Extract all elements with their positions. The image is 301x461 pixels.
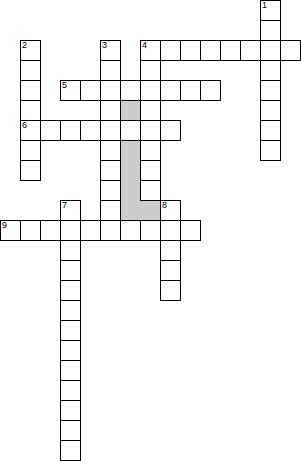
- blocked-cell: [140, 200, 161, 221]
- answer-cell[interactable]: [60, 420, 81, 441]
- answer-cell[interactable]: [160, 40, 181, 61]
- answer-cell[interactable]: [60, 320, 81, 341]
- answer-cell[interactable]: [100, 200, 121, 221]
- answer-cell[interactable]: 9: [0, 220, 21, 241]
- answer-cell[interactable]: [260, 120, 281, 141]
- answer-cell[interactable]: [100, 120, 121, 141]
- clue-number: 1: [262, 1, 267, 10]
- answer-cell[interactable]: [40, 120, 61, 141]
- answer-cell[interactable]: [60, 300, 81, 321]
- answer-cell[interactable]: [40, 220, 61, 241]
- answer-cell[interactable]: 7: [60, 200, 81, 221]
- answer-cell[interactable]: [60, 380, 81, 401]
- answer-cell[interactable]: [100, 60, 121, 81]
- clue-number: 5: [62, 81, 67, 90]
- answer-cell[interactable]: [140, 60, 161, 81]
- blocked-cell: [120, 160, 141, 181]
- clue-number: 8: [162, 201, 167, 210]
- answer-cell[interactable]: [200, 40, 221, 61]
- answer-cell[interactable]: [140, 120, 161, 141]
- crossword-grid: 123456789: [0, 0, 301, 461]
- answer-cell[interactable]: [180, 40, 201, 61]
- answer-cell[interactable]: [20, 100, 41, 121]
- answer-cell[interactable]: [120, 80, 141, 101]
- answer-cell[interactable]: [60, 360, 81, 381]
- blocked-cell: [120, 180, 141, 201]
- clue-number: 7: [62, 201, 67, 210]
- answer-cell[interactable]: [160, 260, 181, 281]
- answer-cell[interactable]: [100, 140, 121, 161]
- answer-cell[interactable]: [260, 140, 281, 161]
- answer-cell[interactable]: [20, 140, 41, 161]
- answer-cell[interactable]: [280, 40, 301, 61]
- answer-cell[interactable]: [80, 220, 101, 241]
- answer-cell[interactable]: 8: [160, 200, 181, 221]
- answer-cell[interactable]: [100, 160, 121, 181]
- answer-cell[interactable]: 1: [260, 0, 281, 21]
- answer-cell[interactable]: [160, 280, 181, 301]
- answer-cell[interactable]: [140, 140, 161, 161]
- answer-cell[interactable]: [60, 440, 81, 461]
- answer-cell[interactable]: [60, 220, 81, 241]
- answer-cell[interactable]: [120, 120, 141, 141]
- answer-cell[interactable]: [60, 280, 81, 301]
- answer-cell[interactable]: [100, 80, 121, 101]
- answer-cell[interactable]: [140, 220, 161, 241]
- answer-cell[interactable]: [240, 40, 261, 61]
- clue-number: 9: [2, 221, 7, 230]
- answer-cell[interactable]: [100, 100, 121, 121]
- answer-cell[interactable]: [160, 80, 181, 101]
- answer-cell[interactable]: [160, 120, 181, 141]
- answer-cell[interactable]: [60, 240, 81, 261]
- answer-cell[interactable]: [60, 340, 81, 361]
- answer-cell[interactable]: [60, 260, 81, 281]
- answer-cell[interactable]: [160, 220, 181, 241]
- answer-cell[interactable]: 5: [60, 80, 81, 101]
- blocked-cell: [120, 200, 141, 221]
- crossword-puzzle: 123456789: [0, 0, 301, 461]
- answer-cell[interactable]: [20, 160, 41, 181]
- blocked-cell: [120, 100, 141, 121]
- answer-cell[interactable]: [260, 60, 281, 81]
- answer-cell[interactable]: [260, 80, 281, 101]
- answer-cell[interactable]: 6: [20, 120, 41, 141]
- answer-cell[interactable]: [140, 80, 161, 101]
- answer-cell[interactable]: [80, 120, 101, 141]
- answer-cell[interactable]: [180, 220, 201, 241]
- clue-number: 4: [142, 41, 147, 50]
- blocked-cell: [120, 140, 141, 161]
- answer-cell[interactable]: 3: [100, 40, 121, 61]
- answer-cell[interactable]: [100, 220, 121, 241]
- answer-cell[interactable]: [260, 20, 281, 41]
- clue-number: 2: [22, 41, 27, 50]
- answer-cell[interactable]: [20, 220, 41, 241]
- answer-cell[interactable]: [100, 180, 121, 201]
- answer-cell[interactable]: [260, 40, 281, 61]
- answer-cell[interactable]: [60, 400, 81, 421]
- clue-number: 6: [22, 121, 27, 130]
- answer-cell[interactable]: [20, 80, 41, 101]
- answer-cell[interactable]: [120, 220, 141, 241]
- answer-cell[interactable]: [220, 40, 241, 61]
- answer-cell[interactable]: 4: [140, 40, 161, 61]
- answer-cell[interactable]: [60, 120, 81, 141]
- answer-cell[interactable]: [80, 80, 101, 101]
- answer-cell[interactable]: [160, 240, 181, 261]
- answer-cell[interactable]: 2: [20, 40, 41, 61]
- answer-cell[interactable]: [20, 60, 41, 81]
- clue-number: 3: [102, 41, 107, 50]
- answer-cell[interactable]: [260, 100, 281, 121]
- answer-cell[interactable]: [200, 80, 221, 101]
- answer-cell[interactable]: [140, 180, 161, 201]
- answer-cell[interactable]: [180, 80, 201, 101]
- answer-cell[interactable]: [140, 100, 161, 121]
- answer-cell[interactable]: [140, 160, 161, 181]
